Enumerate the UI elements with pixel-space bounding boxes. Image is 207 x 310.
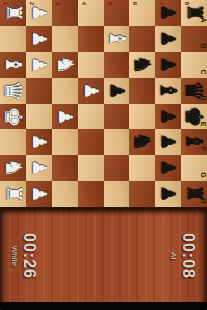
square-d4[interactable]: ♟: [78, 78, 104, 104]
square-f5[interactable]: [104, 129, 130, 155]
rank-label-1: 1: [2, 0, 9, 7]
square-c6[interactable]: ♞: [129, 52, 155, 78]
rank-label-2: 2: [28, 0, 35, 7]
rank-label-8: 8: [183, 0, 190, 7]
square-d7[interactable]: ♝: [155, 78, 181, 104]
square-g5[interactable]: [104, 155, 130, 181]
square-f2[interactable]: ♟: [26, 129, 52, 155]
file-label-h: H: [199, 197, 207, 205]
square-g7[interactable]: ♟: [155, 155, 181, 181]
square-h6[interactable]: [129, 181, 155, 207]
white-rook[interactable]: ♜: [0, 181, 26, 207]
square-c7[interactable]: ♟: [155, 52, 181, 78]
black-knight[interactable]: ♞: [129, 52, 155, 78]
white-pawn[interactable]: ♟: [26, 26, 52, 52]
square-f3[interactable]: [52, 129, 78, 155]
chess-app-screen: ♜♟♟♜♟♝♟♝♟♞♞♟♛♟♟♝♛♚♟♟♚♟♞♟♝♞♟♟♜♟♟♜ABCDEFGH…: [0, 0, 207, 310]
white-pawn[interactable]: ♟: [26, 155, 52, 181]
black-pawn[interactable]: ♟: [104, 78, 130, 104]
square-d2[interactable]: [26, 78, 52, 104]
square-b1[interactable]: [0, 26, 26, 52]
file-label-e: E: [199, 120, 207, 128]
chess-board: ♜♟♟♜♟♝♟♝♟♞♞♟♛♟♟♝♛♚♟♟♚♟♞♟♝♞♟♟♜♟♟♜ABCDEFGH…: [0, 0, 207, 207]
square-e5[interactable]: [104, 104, 130, 130]
square-e7[interactable]: ♟: [155, 104, 181, 130]
file-label-c: C: [199, 68, 207, 76]
square-b4[interactable]: [78, 26, 104, 52]
square-c3[interactable]: ♞: [52, 52, 78, 78]
square-f7[interactable]: ♟: [155, 129, 181, 155]
square-h1[interactable]: ♜: [0, 181, 26, 207]
rank-label-4: 4: [80, 0, 87, 7]
square-h5[interactable]: [104, 181, 130, 207]
rank-label-3: 3: [54, 0, 61, 7]
white-pawn[interactable]: ♟: [26, 129, 52, 155]
rank-label-7: 7: [157, 0, 164, 7]
square-b5[interactable]: ♝: [104, 26, 130, 52]
square-h2[interactable]: ♟: [26, 181, 52, 207]
square-e3[interactable]: ♟: [52, 104, 78, 130]
rank-label-6: 6: [131, 0, 138, 7]
black-pawn[interactable]: ♟: [155, 26, 181, 52]
black-knight[interactable]: ♞: [129, 129, 155, 155]
clock-tray: 00:26 White 00:08 AI: [0, 207, 207, 310]
square-h7[interactable]: ♟: [155, 181, 181, 207]
square-e6[interactable]: [129, 104, 155, 130]
square-c1[interactable]: ♝: [0, 52, 26, 78]
black-pawn[interactable]: ♟: [155, 181, 181, 207]
square-c2[interactable]: ♟: [26, 52, 52, 78]
square-b3[interactable]: [52, 26, 78, 52]
white-pawn[interactable]: ♟: [26, 52, 52, 78]
square-g1[interactable]: ♞: [0, 155, 26, 181]
ai-clock-time: 00:08: [179, 233, 197, 279]
file-label-f: F: [199, 145, 207, 153]
white-bishop[interactable]: ♝: [0, 52, 26, 78]
white-knight[interactable]: ♞: [0, 155, 26, 181]
white-pawn[interactable]: ♟: [52, 104, 78, 130]
square-g3[interactable]: [52, 155, 78, 181]
file-label-a: A: [199, 16, 207, 24]
square-f1[interactable]: [0, 129, 26, 155]
file-label-g: G: [199, 171, 207, 179]
white-king[interactable]: ♚: [0, 104, 26, 130]
square-c4[interactable]: [78, 52, 104, 78]
rank-label-5: 5: [106, 0, 113, 7]
square-h3[interactable]: [52, 181, 78, 207]
screen-bottom-bezel: [0, 302, 207, 310]
square-f6[interactable]: ♞: [129, 129, 155, 155]
square-c5[interactable]: [104, 52, 130, 78]
black-bishop[interactable]: ♝: [155, 78, 181, 104]
square-d1[interactable]: ♛: [0, 78, 26, 104]
square-e4[interactable]: [78, 104, 104, 130]
black-pawn[interactable]: ♟: [155, 52, 181, 78]
square-g6[interactable]: [129, 155, 155, 181]
white-bishop[interactable]: ♝: [104, 26, 130, 52]
white-pawn[interactable]: ♟: [26, 181, 52, 207]
white-queen[interactable]: ♛: [0, 78, 26, 104]
file-label-b: B: [199, 42, 207, 50]
square-e1[interactable]: ♚: [0, 104, 26, 130]
square-e2[interactable]: [26, 104, 52, 130]
ai-clock: 00:08 AI: [160, 210, 206, 302]
square-f4[interactable]: [78, 129, 104, 155]
square-g4[interactable]: [78, 155, 104, 181]
square-d6[interactable]: [129, 78, 155, 104]
black-pawn[interactable]: ♟: [155, 104, 181, 130]
file-label-d: D: [199, 94, 207, 102]
ai-clock-label: AI: [169, 233, 178, 279]
white-pawn[interactable]: ♟: [78, 78, 104, 104]
square-h4[interactable]: [78, 181, 104, 207]
black-pawn[interactable]: ♟: [155, 155, 181, 181]
square-d5[interactable]: ♟: [104, 78, 130, 104]
square-b6[interactable]: [129, 26, 155, 52]
square-g2[interactable]: ♟: [26, 155, 52, 181]
square-d3[interactable]: [52, 78, 78, 104]
black-pawn[interactable]: ♟: [155, 129, 181, 155]
white-clock-time: 00:26: [20, 233, 38, 279]
white-knight[interactable]: ♞: [52, 52, 78, 78]
white-clock: 00:26 White: [1, 210, 47, 302]
square-b7[interactable]: ♟: [155, 26, 181, 52]
white-clock-label: White: [10, 233, 19, 279]
square-b2[interactable]: ♟: [26, 26, 52, 52]
